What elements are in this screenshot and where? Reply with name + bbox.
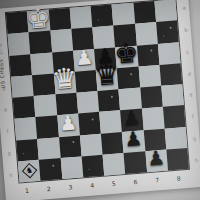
square-g2[interactable]: [37, 137, 60, 160]
file-label: b: [184, 28, 188, 33]
square-h2[interactable]: [39, 158, 62, 181]
white-pawn[interactable]: ♟: [74, 47, 93, 68]
black-pawn[interactable]: ♟: [122, 107, 141, 128]
square-c7[interactable]: [136, 43, 159, 66]
square-f8[interactable]: [163, 105, 186, 128]
file-label: a: [182, 6, 185, 11]
square-h5[interactable]: [103, 153, 126, 176]
file-label: c: [1, 64, 4, 69]
rank-label: 5: [103, 180, 125, 188]
rank-label: 6: [124, 178, 146, 186]
rank-label: 1: [16, 187, 38, 195]
file-label: e: [189, 93, 192, 98]
chess-board: ♘ US CHESS abcdefgh ♚♟♟♚♛♛♟♟♟♞♟ 12345678…: [0, 0, 200, 200]
file-label: g: [193, 136, 197, 141]
square-b3[interactable]: [50, 29, 73, 52]
square-b7[interactable]: [135, 22, 158, 45]
square-a5[interactable]: [91, 5, 114, 28]
black-pawn[interactable]: ♟: [146, 148, 165, 169]
photo-frame: ♘ US CHESS abcdefgh ♚♟♟♚♛♛♟♟♟♞♟ 12345678…: [0, 0, 200, 200]
square-h6[interactable]: [124, 151, 147, 174]
square-g1[interactable]: [16, 138, 39, 161]
file-label: g: [7, 151, 11, 156]
file-label: h: [9, 173, 13, 178]
black-pawn[interactable]: ♟: [124, 128, 143, 149]
black-queen[interactable]: ♛: [93, 61, 120, 91]
square-e4[interactable]: [76, 91, 99, 114]
white-pawn[interactable]: ♟: [58, 112, 77, 133]
square-c1[interactable]: [9, 54, 32, 77]
square-a2[interactable]: ♚: [27, 10, 50, 33]
square-g5[interactable]: [101, 132, 124, 155]
square-g6[interactable]: ♟: [122, 130, 145, 153]
square-d8[interactable]: [159, 63, 182, 86]
board-center: ♚♟♟♚♛♛♟♟♟♞♟ 12345678: [4, 0, 193, 200]
file-label: f: [6, 129, 8, 134]
file-label: b: [0, 43, 2, 48]
square-g3[interactable]: [58, 135, 81, 158]
square-e7[interactable]: [140, 86, 163, 109]
square-f5[interactable]: [99, 110, 122, 133]
square-h8[interactable]: [166, 148, 189, 171]
board-grid: ♚♟♟♚♛♛♟♟♟♞♟: [5, 0, 190, 184]
file-label: e: [4, 108, 7, 113]
square-d3[interactable]: ♛: [53, 71, 76, 94]
square-f1[interactable]: [14, 117, 37, 140]
file-label: d: [2, 86, 6, 91]
white-king[interactable]: ♚: [25, 3, 51, 32]
square-e8[interactable]: [161, 84, 184, 107]
file-label: f: [192, 114, 194, 119]
square-a4[interactable]: [69, 6, 92, 29]
square-h3[interactable]: [60, 156, 83, 179]
square-f3[interactable]: ♟: [57, 114, 80, 137]
square-b8[interactable]: [156, 21, 179, 44]
square-b1[interactable]: [8, 33, 31, 56]
rank-label: 8: [168, 175, 190, 183]
us-chess-diamond-logo: ♞: [22, 163, 38, 179]
us-chess-logo-icon: ♘: [0, 47, 4, 54]
square-f4[interactable]: [78, 112, 101, 135]
square-h1[interactable]: ♞: [18, 160, 41, 183]
knight-logo-icon: ♞: [25, 167, 33, 176]
white-queen[interactable]: ♛: [51, 65, 78, 95]
square-c8[interactable]: [158, 42, 181, 65]
square-g4[interactable]: [80, 133, 103, 156]
rank-label: 4: [81, 182, 103, 190]
file-label: h: [195, 158, 199, 163]
square-d1[interactable]: [11, 75, 34, 98]
square-d5[interactable]: ♛: [96, 68, 119, 91]
square-h7[interactable]: ♟: [145, 149, 168, 172]
square-e2[interactable]: [34, 94, 57, 117]
square-a7[interactable]: [133, 1, 156, 24]
square-a8[interactable]: [154, 0, 177, 22]
square-a3[interactable]: [48, 8, 71, 31]
square-h4[interactable]: [81, 154, 104, 177]
rank-label: 2: [38, 185, 60, 193]
file-label: c: [186, 49, 189, 54]
file-label: d: [188, 71, 192, 76]
rank-label: 7: [146, 177, 168, 185]
square-g8[interactable]: [164, 126, 187, 149]
square-f7[interactable]: [142, 107, 165, 130]
square-e1[interactable]: [13, 96, 36, 119]
square-b2[interactable]: [29, 31, 52, 54]
rank-label: 3: [59, 184, 81, 192]
square-a6[interactable]: [112, 3, 135, 26]
square-f2[interactable]: [36, 116, 59, 139]
square-d7[interactable]: [138, 65, 161, 88]
